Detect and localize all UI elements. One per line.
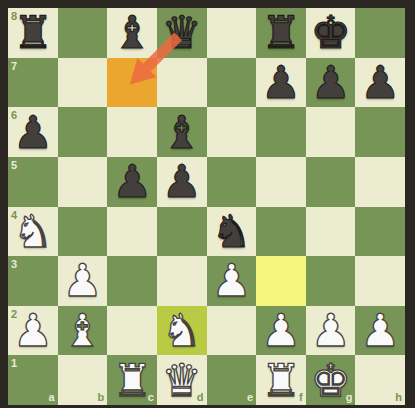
black-pawn[interactable]: ♟ [355, 58, 405, 108]
square-f4[interactable] [256, 207, 306, 257]
white-king[interactable]: ♚ [306, 355, 356, 405]
square-f6[interactable] [256, 107, 306, 157]
white-rook[interactable]: ♜ [107, 355, 157, 405]
white-knight[interactable]: ♞ [157, 306, 207, 356]
square-f5[interactable] [256, 157, 306, 207]
white-pawn[interactable]: ♟ [207, 256, 257, 306]
square-d3[interactable] [157, 256, 207, 306]
square-h3[interactable] [355, 256, 405, 306]
square-f8[interactable]: ♜ [256, 8, 306, 58]
square-f2[interactable]: ♟ [256, 306, 306, 356]
square-c4[interactable] [107, 207, 157, 257]
black-bishop[interactable]: ♝ [157, 107, 207, 157]
white-pawn[interactable]: ♟ [58, 256, 108, 306]
square-b7[interactable] [58, 58, 108, 108]
square-a6[interactable]: 6♟ [8, 107, 58, 157]
square-g4[interactable] [306, 207, 356, 257]
black-knight[interactable]: ♞ [207, 207, 257, 257]
square-c3[interactable] [107, 256, 157, 306]
square-c1[interactable]: c♜ [107, 355, 157, 405]
square-c5[interactable]: ♟ [107, 157, 157, 207]
square-c7[interactable] [107, 58, 157, 108]
square-h7[interactable]: ♟ [355, 58, 405, 108]
square-b5[interactable] [58, 157, 108, 207]
rank-label: 5 [11, 160, 17, 171]
square-c8[interactable]: ♝ [107, 8, 157, 58]
square-h8[interactable] [355, 8, 405, 58]
square-e6[interactable] [207, 107, 257, 157]
square-g2[interactable]: ♟ [306, 306, 356, 356]
file-label: h [395, 392, 402, 403]
square-h2[interactable]: ♟ [355, 306, 405, 356]
black-pawn[interactable]: ♟ [8, 107, 58, 157]
square-f7[interactable]: ♟ [256, 58, 306, 108]
square-e3[interactable]: ♟ [207, 256, 257, 306]
rank-label: 1 [11, 358, 17, 369]
square-h5[interactable] [355, 157, 405, 207]
square-e4[interactable]: ♞ [207, 207, 257, 257]
square-h6[interactable] [355, 107, 405, 157]
white-knight[interactable]: ♞ [8, 207, 58, 257]
black-rook[interactable]: ♜ [8, 8, 58, 58]
square-e1[interactable]: e [207, 355, 257, 405]
square-a5[interactable]: 5 [8, 157, 58, 207]
board-frame: 8♜♝♛♜♚7♟♟♟6♟♝5♟♟4♞♞3♟♟2♟♝♞♟♟♟1abc♜d♛ef♜g… [0, 0, 415, 408]
square-g6[interactable] [306, 107, 356, 157]
square-g7[interactable]: ♟ [306, 58, 356, 108]
square-e7[interactable] [207, 58, 257, 108]
white-pawn[interactable]: ♟ [8, 306, 58, 356]
square-a7[interactable]: 7 [8, 58, 58, 108]
file-label: e [247, 392, 253, 403]
square-b4[interactable] [58, 207, 108, 257]
black-bishop[interactable]: ♝ [107, 8, 157, 58]
square-b1[interactable]: b [58, 355, 108, 405]
square-e5[interactable] [207, 157, 257, 207]
square-a2[interactable]: 2♟ [8, 306, 58, 356]
black-pawn[interactable]: ♟ [157, 157, 207, 207]
square-g5[interactable] [306, 157, 356, 207]
white-pawn[interactable]: ♟ [256, 306, 306, 356]
chess-board: 8♜♝♛♜♚7♟♟♟6♟♝5♟♟4♞♞3♟♟2♟♝♞♟♟♟1abc♜d♛ef♜g… [8, 8, 405, 405]
square-d1[interactable]: d♛ [157, 355, 207, 405]
file-label: a [49, 392, 55, 403]
white-queen[interactable]: ♛ [157, 355, 207, 405]
square-c6[interactable] [107, 107, 157, 157]
white-rook[interactable]: ♜ [256, 355, 306, 405]
white-pawn[interactable]: ♟ [355, 306, 405, 356]
black-rook[interactable]: ♜ [256, 8, 306, 58]
square-f1[interactable]: f♜ [256, 355, 306, 405]
square-d8[interactable]: ♛ [157, 8, 207, 58]
black-queen[interactable]: ♛ [157, 8, 207, 58]
square-a3[interactable]: 3 [8, 256, 58, 306]
square-e8[interactable] [207, 8, 257, 58]
black-pawn[interactable]: ♟ [107, 157, 157, 207]
square-d4[interactable] [157, 207, 207, 257]
square-a8[interactable]: 8♜ [8, 8, 58, 58]
square-d5[interactable]: ♟ [157, 157, 207, 207]
square-a4[interactable]: 4♞ [8, 207, 58, 257]
black-king[interactable]: ♚ [306, 8, 356, 58]
square-b2[interactable]: ♝ [58, 306, 108, 356]
square-g8[interactable]: ♚ [306, 8, 356, 58]
square-c2[interactable] [107, 306, 157, 356]
square-h1[interactable]: h [355, 355, 405, 405]
square-d2[interactable]: ♞ [157, 306, 207, 356]
square-g3[interactable] [306, 256, 356, 306]
black-pawn[interactable]: ♟ [306, 58, 356, 108]
square-e2[interactable] [207, 306, 257, 356]
white-bishop[interactable]: ♝ [58, 306, 108, 356]
white-pawn[interactable]: ♟ [306, 306, 356, 356]
file-label: b [98, 392, 105, 403]
square-h4[interactable] [355, 207, 405, 257]
rank-label: 7 [11, 61, 17, 72]
square-d7[interactable] [157, 58, 207, 108]
black-pawn[interactable]: ♟ [256, 58, 306, 108]
square-f3[interactable] [256, 256, 306, 306]
square-g1[interactable]: g♚ [306, 355, 356, 405]
square-d6[interactable]: ♝ [157, 107, 207, 157]
square-b3[interactable]: ♟ [58, 256, 108, 306]
square-b6[interactable] [58, 107, 108, 157]
square-b8[interactable] [58, 8, 108, 58]
rank-label: 3 [11, 259, 17, 270]
square-a1[interactable]: 1a [8, 355, 58, 405]
